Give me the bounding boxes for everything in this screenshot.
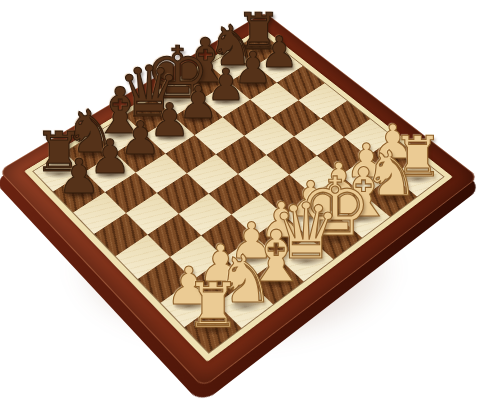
piece-black-pawn[interactable]: ♟	[55, 149, 104, 203]
piece-white-rook[interactable]: ♜	[181, 271, 244, 340]
piece-layer: ♜♞♝♛♚♝♞♜♟♟♟♟♟♟♟♟♟♟♟♟♟♟♟♟♜♞♝♛♚♝♞♜	[0, 0, 500, 399]
chess-set-photo: ♜♞♝♛♚♝♞♜♟♟♟♟♟♟♟♟♟♟♟♟♟♟♟♟♜♞♝♛♚♝♞♜	[0, 0, 500, 399]
